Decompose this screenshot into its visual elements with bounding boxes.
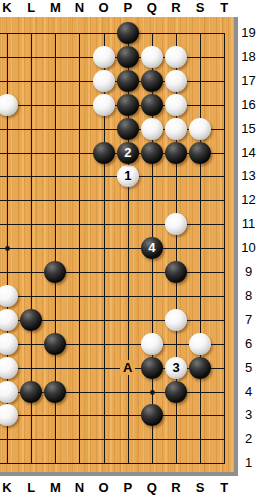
- row-label-13: 13: [238, 168, 259, 184]
- column-label-r-bottom: R: [167, 480, 185, 495]
- row-label-2: 2: [238, 431, 259, 447]
- stone-black-s5[interactable]: [189, 357, 211, 379]
- row-label-8: 8: [238, 288, 259, 304]
- stone-black-m4[interactable]: [44, 381, 66, 403]
- stone-black-m6[interactable]: [44, 333, 66, 355]
- stone-black-r9[interactable]: [165, 261, 187, 283]
- stone-white-r7[interactable]: [165, 309, 187, 331]
- column-label-l-top: L: [22, 0, 40, 15]
- column-label-m-top: M: [46, 0, 64, 15]
- row-label-11: 11: [238, 216, 259, 232]
- stone-black-p18[interactable]: [117, 46, 139, 68]
- row-label-5: 5: [238, 360, 259, 376]
- stone-white-r18[interactable]: [165, 46, 187, 68]
- stone-white-k4[interactable]: [0, 381, 18, 403]
- row-label-7: 7: [238, 312, 259, 328]
- column-label-l-bottom: L: [22, 480, 40, 495]
- column-label-t-top: T: [215, 0, 233, 15]
- stone-white-o18[interactable]: [93, 46, 115, 68]
- stone-black-p19[interactable]: [117, 22, 139, 44]
- column-label-s-top: S: [191, 0, 209, 15]
- stone-white-s6[interactable]: [189, 333, 211, 355]
- stone-black-p17[interactable]: [117, 70, 139, 92]
- stone-white-q15[interactable]: [141, 118, 163, 140]
- row-label-17: 17: [238, 73, 259, 89]
- stone-black-l7[interactable]: [20, 309, 42, 331]
- stone-black-s14[interactable]: [189, 142, 211, 164]
- stone-white-s15[interactable]: [189, 118, 211, 140]
- row-label-1: 1: [238, 455, 259, 471]
- go-app-window: { "game": "go", "board_size": 19, "view"…: [0, 0, 260, 500]
- stone-white-r16[interactable]: [165, 94, 187, 116]
- stone-black-p14[interactable]: 2: [117, 142, 139, 164]
- row-label-15: 15: [238, 121, 259, 137]
- stone-white-q18[interactable]: [141, 46, 163, 68]
- stone-black-q16[interactable]: [141, 94, 163, 116]
- go-board[interactable]: 1324A: [0, 17, 238, 476]
- board-annotation-a-p5[interactable]: A: [120, 360, 135, 375]
- column-label-q-top: Q: [143, 0, 161, 15]
- stone-white-r15[interactable]: [165, 118, 187, 140]
- column-label-r-top: R: [167, 0, 185, 15]
- column-label-k-bottom: K: [0, 480, 16, 495]
- stone-white-o16[interactable]: [93, 94, 115, 116]
- stone-black-q14[interactable]: [141, 142, 163, 164]
- stone-white-p13[interactable]: 1: [117, 165, 139, 187]
- row-label-9: 9: [238, 264, 259, 280]
- stone-black-l4[interactable]: [20, 381, 42, 403]
- row-label-4: 4: [238, 384, 259, 400]
- star-point-k10: [5, 246, 10, 251]
- row-label-10: 10: [238, 240, 259, 256]
- stone-black-q10[interactable]: 4: [141, 237, 163, 259]
- column-label-m-bottom: M: [46, 480, 64, 495]
- row-label-12: 12: [238, 192, 259, 208]
- stone-black-o14[interactable]: [93, 142, 115, 164]
- stone-white-o17[interactable]: [93, 70, 115, 92]
- stone-black-r14[interactable]: [165, 142, 187, 164]
- column-label-n-top: N: [70, 0, 88, 15]
- stone-black-q5[interactable]: [141, 357, 163, 379]
- stone-black-p16[interactable]: [117, 94, 139, 116]
- column-label-s-bottom: S: [191, 480, 209, 495]
- stone-white-q6[interactable]: [141, 333, 163, 355]
- row-label-19: 19: [238, 25, 259, 41]
- row-label-3: 3: [238, 407, 259, 423]
- column-label-o-top: O: [95, 0, 113, 15]
- column-label-o-bottom: O: [95, 480, 113, 495]
- row-label-16: 16: [238, 97, 259, 113]
- column-label-t-bottom: T: [215, 480, 233, 495]
- column-label-p-top: P: [119, 0, 137, 15]
- row-label-18: 18: [238, 49, 259, 65]
- stone-white-r17[interactable]: [165, 70, 187, 92]
- stone-white-r5[interactable]: 3: [165, 357, 187, 379]
- stone-black-p15[interactable]: [117, 118, 139, 140]
- column-label-k-top: K: [0, 0, 16, 15]
- row-label-6: 6: [238, 336, 259, 352]
- stone-black-r4[interactable]: [165, 381, 187, 403]
- column-label-n-bottom: N: [70, 480, 88, 495]
- stone-black-q17[interactable]: [141, 70, 163, 92]
- star-point-q4: [150, 390, 155, 395]
- column-label-p-bottom: P: [119, 480, 137, 495]
- column-label-q-bottom: Q: [143, 480, 161, 495]
- row-label-14: 14: [238, 145, 259, 161]
